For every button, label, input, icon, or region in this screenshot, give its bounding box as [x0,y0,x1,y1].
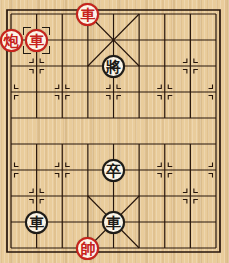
red-chariot-piece[interactable]: 車 [76,3,99,26]
red-general-piece[interactable]: 帥 [76,237,99,260]
piece-label: 卒 [106,163,121,178]
piece-label: 帥 [80,241,95,256]
black-soldier-piece[interactable]: 卒 [102,159,125,182]
piece-label: 炮 [4,33,19,48]
xiangqi-board[interactable]: 車炮車將卒車車帥 [0,0,229,263]
black-chariot-piece[interactable]: 車 [102,211,125,234]
red-chariot-piece[interactable]: 車 [25,29,48,52]
piece-label: 將 [106,59,121,74]
black-chariot-piece[interactable]: 車 [25,211,48,234]
piece-label: 車 [106,215,121,230]
black-general-piece[interactable]: 將 [102,55,125,78]
piece-label: 車 [80,7,95,22]
pieces-layer: 車炮車將卒車車帥 [0,1,229,261]
piece-label: 車 [29,215,44,230]
piece-label: 車 [29,33,44,48]
red-cannon-piece[interactable]: 炮 [0,29,23,52]
